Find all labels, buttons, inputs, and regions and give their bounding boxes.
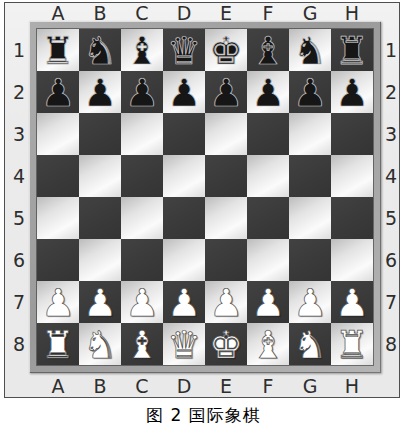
rank-label-left-2: 2 [9,71,29,113]
white-bishop: ♝ [121,323,163,365]
black-pawn: ♟ [79,71,121,113]
file-label-top-E: E [205,3,247,23]
black-pawn: ♟ [247,71,289,113]
square-C1[interactable]: ♝ [121,29,163,71]
black-king: ♚ [205,29,247,71]
black-pawn: ♟ [289,71,331,113]
square-F3[interactable] [247,113,289,155]
square-G4[interactable] [289,155,331,197]
rank-label-right-1: 1 [381,29,401,71]
square-E2[interactable]: ♟ [205,71,247,113]
square-H2[interactable]: ♟ [331,71,373,113]
square-F2[interactable]: ♟ [247,71,289,113]
square-A7[interactable]: ♟ [37,281,79,323]
white-king: ♚ [205,323,247,365]
square-E3[interactable] [205,113,247,155]
square-F7[interactable]: ♟ [247,281,289,323]
white-pawn: ♟ [289,281,331,323]
black-rook: ♜ [331,29,373,71]
white-pawn: ♟ [247,281,289,323]
square-B6[interactable] [79,239,121,281]
file-label-bottom-D: D [163,374,205,398]
file-label-top-G: G [289,3,331,23]
square-A6[interactable] [37,239,79,281]
rank-label-right-7: 7 [381,281,401,323]
square-H5[interactable] [331,197,373,239]
file-label-top-F: F [247,3,289,23]
rank-label-left-4: 4 [9,155,29,197]
rank-labels-left: 12345678 [9,29,29,365]
white-pawn: ♟ [163,281,205,323]
square-D5[interactable] [163,197,205,239]
white-pawn: ♟ [331,281,373,323]
square-E6[interactable] [205,239,247,281]
file-label-top-H: H [331,3,373,23]
file-label-top-C: C [121,3,163,23]
black-rook: ♜ [37,29,79,71]
square-H6[interactable] [331,239,373,281]
square-F1[interactable]: ♝ [247,29,289,71]
square-A4[interactable] [37,155,79,197]
square-F8[interactable]: ♝ [247,323,289,365]
black-pawn: ♟ [331,71,373,113]
square-E1[interactable]: ♚ [205,29,247,71]
black-pawn: ♟ [205,71,247,113]
square-G7[interactable]: ♟ [289,281,331,323]
black-knight: ♞ [289,29,331,71]
file-label-bottom-E: E [205,374,247,398]
file-label-bottom-B: B [79,374,121,398]
white-pawn: ♟ [205,281,247,323]
white-rook: ♜ [331,323,373,365]
square-D3[interactable] [163,113,205,155]
square-A3[interactable] [37,113,79,155]
square-D2[interactable]: ♟ [163,71,205,113]
square-F4[interactable] [247,155,289,197]
rank-label-left-6: 6 [9,239,29,281]
file-labels-bottom: ABCDEFGH [37,374,373,397]
rank-label-left-7: 7 [9,281,29,323]
white-pawn: ♟ [37,281,79,323]
square-D7[interactable]: ♟ [163,281,205,323]
file-label-top-A: A [37,3,79,23]
square-E4[interactable] [205,155,247,197]
black-bishop: ♝ [121,29,163,71]
square-A8[interactable]: ♜ [37,323,79,365]
square-C5[interactable] [121,197,163,239]
chess-figure-panel: ABCDEFGH 12345678 12345678 ♜♞♝♛♚♝♞♜♟♟♟♟♟… [4,2,400,398]
rank-label-left-8: 8 [9,323,29,365]
square-D4[interactable] [163,155,205,197]
figure-caption: 图 2 国际象棋 [0,404,407,427]
white-knight: ♞ [289,323,331,365]
square-B3[interactable] [79,113,121,155]
square-G2[interactable]: ♟ [289,71,331,113]
file-label-top-D: D [163,3,205,23]
rank-label-right-6: 6 [381,239,401,281]
square-D1[interactable]: ♛ [163,29,205,71]
white-pawn: ♟ [121,281,163,323]
white-queen: ♛ [163,323,205,365]
file-label-bottom-G: G [289,374,331,398]
square-C6[interactable] [121,239,163,281]
black-knight: ♞ [79,29,121,71]
rank-label-right-3: 3 [381,113,401,155]
square-A1[interactable]: ♜ [37,29,79,71]
white-pawn: ♟ [79,281,121,323]
rank-labels-right: 12345678 [381,29,401,365]
black-pawn: ♟ [121,71,163,113]
square-C8[interactable]: ♝ [121,323,163,365]
rank-label-right-2: 2 [381,71,401,113]
white-bishop: ♝ [247,323,289,365]
board-frame: ♜♞♝♛♚♝♞♜♟♟♟♟♟♟♟♟♟♟♟♟♟♟♟♟♜♞♝♛♚♝♞♜ [29,21,381,373]
file-labels-top: ABCDEFGH [37,3,373,23]
square-A2[interactable]: ♟ [37,71,79,113]
square-B1[interactable]: ♞ [79,29,121,71]
square-H7[interactable]: ♟ [331,281,373,323]
square-A5[interactable] [37,197,79,239]
square-H1[interactable]: ♜ [331,29,373,71]
chess-board: ♜♞♝♛♚♝♞♜♟♟♟♟♟♟♟♟♟♟♟♟♟♟♟♟♜♞♝♛♚♝♞♜ [37,29,373,365]
rank-label-left-5: 5 [9,197,29,239]
square-H4[interactable] [331,155,373,197]
square-F5[interactable] [247,197,289,239]
square-H3[interactable] [331,113,373,155]
square-D8[interactable]: ♛ [163,323,205,365]
black-bishop: ♝ [247,29,289,71]
square-E5[interactable] [205,197,247,239]
square-C2[interactable]: ♟ [121,71,163,113]
square-C7[interactable]: ♟ [121,281,163,323]
black-queen: ♛ [163,29,205,71]
file-label-top-B: B [79,3,121,23]
rank-label-right-4: 4 [381,155,401,197]
square-G1[interactable]: ♞ [289,29,331,71]
rank-label-right-8: 8 [381,323,401,365]
white-rook: ♜ [37,323,79,365]
square-G6[interactable] [289,239,331,281]
file-label-bottom-H: H [331,374,373,398]
square-E7[interactable]: ♟ [205,281,247,323]
square-G8[interactable]: ♞ [289,323,331,365]
file-label-bottom-C: C [121,374,163,398]
rank-label-left-3: 3 [9,113,29,155]
square-G5[interactable] [289,197,331,239]
square-C3[interactable] [121,113,163,155]
square-B4[interactable] [79,155,121,197]
square-B5[interactable] [79,197,121,239]
square-F6[interactable] [247,239,289,281]
square-D6[interactable] [163,239,205,281]
square-H8[interactable]: ♜ [331,323,373,365]
white-knight: ♞ [79,323,121,365]
black-pawn: ♟ [163,71,205,113]
square-B2[interactable]: ♟ [79,71,121,113]
file-label-bottom-F: F [247,374,289,398]
rank-label-left-1: 1 [9,29,29,71]
file-label-bottom-A: A [37,374,79,398]
square-E8[interactable]: ♚ [205,323,247,365]
square-B7[interactable]: ♟ [79,281,121,323]
square-G3[interactable] [289,113,331,155]
square-B8[interactable]: ♞ [79,323,121,365]
black-pawn: ♟ [37,71,79,113]
rank-label-right-5: 5 [381,197,401,239]
square-C4[interactable] [121,155,163,197]
